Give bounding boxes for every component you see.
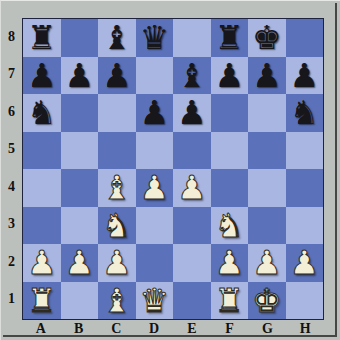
square-e5[interactable] [173,132,211,170]
piece-white-king: ♚ [248,282,286,320]
square-a8[interactable]: ♜ [23,19,61,57]
file-label-d: D [135,320,173,338]
file-label-e: E [173,320,211,338]
square-a4[interactable] [23,169,61,207]
piece-black-pawn: ♟ [136,94,174,132]
piece-white-rook: ♜ [23,282,61,320]
piece-white-queen: ♛ [136,282,174,320]
square-b4[interactable] [61,169,99,207]
piece-black-pawn: ♟ [61,57,99,95]
square-c2[interactable]: ♟ [98,244,136,282]
piece-white-pawn: ♟ [23,244,61,282]
square-g8[interactable]: ♚ [248,19,286,57]
square-d7[interactable] [136,57,174,95]
piece-white-bishop: ♝ [98,282,136,320]
square-d4[interactable]: ♟ [136,169,174,207]
piece-white-knight: ♞ [98,207,136,245]
square-b7[interactable]: ♟ [61,57,99,95]
square-d5[interactable] [136,132,174,170]
square-g6[interactable] [248,94,286,132]
square-d1[interactable]: ♛ [136,282,174,320]
piece-black-king: ♚ [248,19,286,57]
rank-label-3: 3 [1,206,22,244]
piece-white-pawn: ♟ [211,244,249,282]
square-b8[interactable] [61,19,99,57]
file-label-h: H [286,320,324,338]
square-a5[interactable] [23,132,61,170]
piece-black-rook: ♜ [211,19,249,57]
piece-white-pawn: ♟ [61,244,99,282]
rank-label-2: 2 [1,243,22,281]
square-c3[interactable]: ♞ [98,207,136,245]
file-labels: ABCDEFGH [22,320,324,338]
square-a7[interactable]: ♟ [23,57,61,95]
piece-black-knight: ♞ [286,94,324,132]
chess-board: ♜♝♛♜♚♟♟♟♝♟♟♟♞♟♟♞♝♟♟♞♞♟♟♟♟♟♟♜♝♛♜♚ [22,18,324,320]
piece-black-bishop: ♝ [98,19,136,57]
square-g2[interactable]: ♟ [248,244,286,282]
square-c6[interactable] [98,94,136,132]
piece-black-pawn: ♟ [173,94,211,132]
square-g4[interactable] [248,169,286,207]
rank-labels: 87654321 [1,18,22,318]
square-f7[interactable]: ♟ [211,57,249,95]
square-b6[interactable] [61,94,99,132]
piece-black-pawn: ♟ [98,57,136,95]
file-label-f: F [211,320,249,338]
square-f8[interactable]: ♜ [211,19,249,57]
square-f6[interactable] [211,94,249,132]
square-h3[interactable] [286,207,324,245]
square-g3[interactable] [248,207,286,245]
square-e6[interactable]: ♟ [173,94,211,132]
square-h6[interactable]: ♞ [286,94,324,132]
square-h4[interactable] [286,169,324,207]
piece-black-pawn: ♟ [23,57,61,95]
piece-white-bishop: ♝ [98,169,136,207]
file-label-b: B [60,320,98,338]
square-e7[interactable]: ♝ [173,57,211,95]
square-d3[interactable] [136,207,174,245]
piece-black-knight: ♞ [23,94,61,132]
square-g1[interactable]: ♚ [248,282,286,320]
square-e2[interactable] [173,244,211,282]
rank-label-4: 4 [1,168,22,206]
chess-diagram-frame: 87654321 ♜♝♛♜♚♟♟♟♝♟♟♟♞♟♟♞♝♟♟♞♞♟♟♟♟♟♟♜♝♛♜… [0,0,340,340]
square-g5[interactable] [248,132,286,170]
square-h1[interactable] [286,282,324,320]
square-b1[interactable] [61,282,99,320]
square-f3[interactable]: ♞ [211,207,249,245]
square-e1[interactable] [173,282,211,320]
square-d2[interactable] [136,244,174,282]
square-b3[interactable] [61,207,99,245]
square-e3[interactable] [173,207,211,245]
square-c8[interactable]: ♝ [98,19,136,57]
piece-black-pawn: ♟ [211,57,249,95]
square-d6[interactable]: ♟ [136,94,174,132]
square-a3[interactable] [23,207,61,245]
piece-black-bishop: ♝ [173,57,211,95]
square-e4[interactable]: ♟ [173,169,211,207]
rank-label-8: 8 [1,18,22,56]
square-h8[interactable] [286,19,324,57]
square-f1[interactable]: ♜ [211,282,249,320]
square-f5[interactable] [211,132,249,170]
piece-black-pawn: ♟ [286,57,324,95]
square-e8[interactable] [173,19,211,57]
file-label-c: C [98,320,136,338]
piece-black-rook: ♜ [23,19,61,57]
square-h7[interactable]: ♟ [286,57,324,95]
file-label-g: G [249,320,287,338]
square-d8[interactable]: ♛ [136,19,174,57]
square-h5[interactable] [286,132,324,170]
piece-white-pawn: ♟ [286,244,324,282]
square-h2[interactable]: ♟ [286,244,324,282]
file-label-a: A [22,320,60,338]
rank-label-6: 6 [1,93,22,131]
square-a6[interactable]: ♞ [23,94,61,132]
piece-white-pawn: ♟ [98,244,136,282]
square-a1[interactable]: ♜ [23,282,61,320]
piece-white-knight: ♞ [211,207,249,245]
piece-white-pawn: ♟ [248,244,286,282]
piece-white-pawn: ♟ [136,169,174,207]
square-b5[interactable] [61,132,99,170]
square-f4[interactable] [211,169,249,207]
piece-white-rook: ♜ [211,282,249,320]
square-b2[interactable]: ♟ [61,244,99,282]
square-c4[interactable]: ♝ [98,169,136,207]
rank-label-1: 1 [1,281,22,319]
piece-black-pawn: ♟ [248,57,286,95]
rank-label-7: 7 [1,56,22,94]
rank-label-5: 5 [1,131,22,169]
square-g7[interactable]: ♟ [248,57,286,95]
square-c7[interactable]: ♟ [98,57,136,95]
piece-black-queen: ♛ [136,19,174,57]
square-c5[interactable] [98,132,136,170]
square-a2[interactable]: ♟ [23,244,61,282]
piece-white-pawn: ♟ [173,169,211,207]
square-c1[interactable]: ♝ [98,282,136,320]
square-f2[interactable]: ♟ [211,244,249,282]
